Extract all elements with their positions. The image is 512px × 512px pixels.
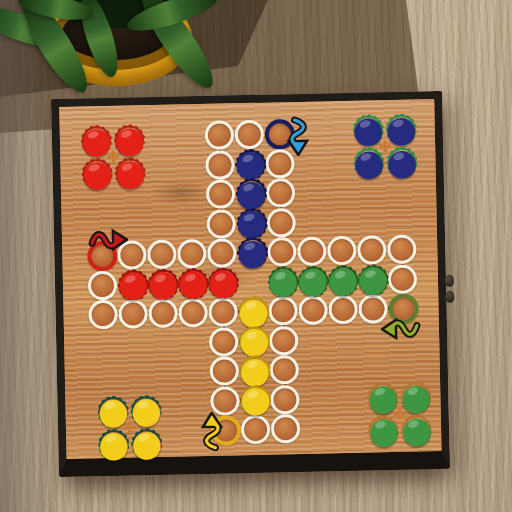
yellow-piece[interactable]: ● <box>98 429 130 461</box>
clasp-knob-icon[interactable] <box>445 291 454 303</box>
red-piece-glyph: ● <box>117 266 149 303</box>
track-cell-r4c5[interactable] <box>207 209 237 239</box>
track-cell-r8c7[interactable] <box>269 326 299 356</box>
track-cell-r11c7[interactable] <box>271 414 301 444</box>
red-start-arrow-icon <box>88 228 128 253</box>
track-cell-r6c1[interactable] <box>88 270 118 300</box>
yellow-piece-glyph: ● <box>239 381 271 418</box>
clasp-knob-icon[interactable] <box>445 275 454 287</box>
blue-piece[interactable]: ● <box>237 237 269 269</box>
red-piece-glyph: ● <box>177 264 209 301</box>
track-cell-r7c1[interactable] <box>89 300 119 330</box>
track-cell-r1c5[interactable] <box>205 120 235 150</box>
green-start-arrow-icon <box>381 316 421 341</box>
blue-piece-glyph: ● <box>353 144 385 181</box>
red-piece[interactable]: ● <box>177 268 209 300</box>
green-piece-glyph: ● <box>357 261 389 298</box>
home-yard-top_left: ●●●● <box>80 123 147 190</box>
green-piece[interactable]: ● <box>297 265 329 297</box>
home-yard-bottom_right: ●●●● <box>366 380 433 447</box>
red-piece-glyph: ● <box>114 154 146 191</box>
track-cell-r9c5[interactable] <box>210 356 240 386</box>
track-cell-r3c7[interactable] <box>266 178 296 208</box>
ludo-board: ●●●●●●●●●●●●●●●●●●●●●●●●●●●●●●●● <box>51 91 450 477</box>
red-piece[interactable]: ● <box>81 158 113 190</box>
track-cell-r8c5[interactable] <box>209 327 239 357</box>
green-piece[interactable]: ● <box>327 264 359 296</box>
red-piece[interactable]: ● <box>117 269 149 301</box>
home-yard-bottom_left: ●●●● <box>96 394 163 461</box>
green-piece-glyph: ● <box>400 411 432 448</box>
yellow-piece[interactable]: ● <box>240 384 272 416</box>
blue-start-arrow-icon <box>285 116 310 156</box>
green-piece-glyph: ● <box>297 262 329 299</box>
green-piece[interactable]: ● <box>267 266 299 298</box>
track-cell-r3c5[interactable] <box>206 179 236 209</box>
track-cell-r4c7[interactable] <box>267 208 297 238</box>
track-cell-r10c7[interactable] <box>270 385 300 415</box>
yellow-piece-glyph: ● <box>98 425 130 462</box>
home-yard-top_right: ●●●● <box>351 112 418 179</box>
green-piece[interactable]: ● <box>401 414 433 446</box>
blue-piece[interactable]: ● <box>353 147 385 179</box>
blue-piece[interactable]: ● <box>386 146 418 178</box>
red-piece[interactable]: ● <box>147 268 179 300</box>
red-piece-glyph: ● <box>207 264 239 301</box>
yellow-piece[interactable]: ● <box>131 428 163 460</box>
red-piece[interactable]: ● <box>207 267 239 299</box>
green-piece-glyph: ● <box>368 412 400 449</box>
green-piece[interactable]: ● <box>357 264 389 296</box>
track-cell-r2c5[interactable] <box>205 150 235 180</box>
red-piece-glyph: ● <box>147 265 179 302</box>
yellow-start-arrow-icon <box>200 412 225 452</box>
track-cell-r5c11[interactable] <box>387 235 417 265</box>
blue-piece-glyph: ● <box>386 143 418 180</box>
track-cell-r9c7[interactable] <box>270 355 300 385</box>
green-piece-glyph: ● <box>327 261 359 298</box>
board-surface: ●●●●●●●●●●●●●●●●●●●●●●●●●●●●●●●● <box>59 99 441 459</box>
blue-piece-glyph: ● <box>236 234 268 271</box>
green-piece-glyph: ● <box>267 263 299 300</box>
track-cell-r6c11[interactable] <box>388 264 418 294</box>
red-piece[interactable]: ● <box>114 157 146 189</box>
yellow-piece-glyph: ● <box>131 425 163 462</box>
green-piece[interactable]: ● <box>368 415 400 447</box>
red-piece-glyph: ● <box>81 155 113 192</box>
